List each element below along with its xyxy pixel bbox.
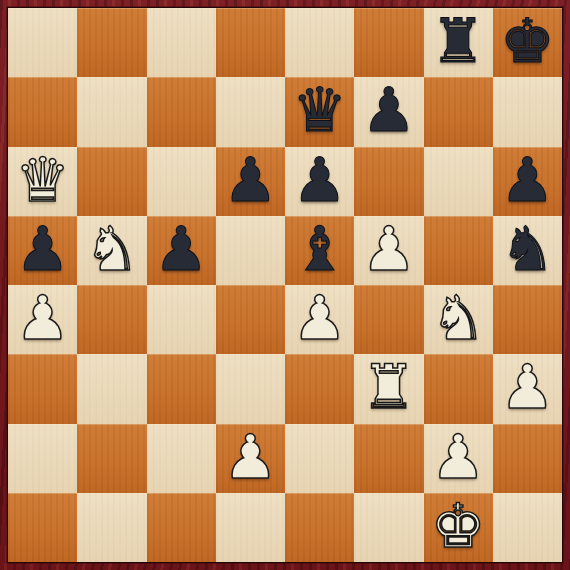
square-b1[interactable]: [77, 493, 146, 562]
white-pawn-a4[interactable]: ♟: [15, 287, 70, 348]
square-g6[interactable]: [424, 147, 493, 216]
square-d7[interactable]: [216, 77, 285, 146]
square-d4[interactable]: [216, 285, 285, 354]
square-a5[interactable]: ♟: [8, 216, 77, 285]
white-knight-g4[interactable]: ♞: [431, 287, 486, 348]
square-f5[interactable]: ♟: [354, 216, 423, 285]
square-c6[interactable]: [147, 147, 216, 216]
white-pawn-e4[interactable]: ♟: [292, 287, 347, 348]
black-queen-e7[interactable]: ♛: [292, 79, 347, 140]
square-h5[interactable]: ♞: [493, 216, 562, 285]
square-c1[interactable]: [147, 493, 216, 562]
square-a2[interactable]: [8, 424, 77, 493]
black-pawn-e6[interactable]: ♟: [292, 149, 347, 210]
square-f6[interactable]: [354, 147, 423, 216]
square-g2[interactable]: ♟: [424, 424, 493, 493]
square-b2[interactable]: [77, 424, 146, 493]
square-a1[interactable]: [8, 493, 77, 562]
white-pawn-g2[interactable]: ♟: [431, 426, 486, 487]
square-h3[interactable]: ♟: [493, 354, 562, 423]
square-c5[interactable]: ♟: [147, 216, 216, 285]
square-a4[interactable]: ♟: [8, 285, 77, 354]
square-a3[interactable]: [8, 354, 77, 423]
square-a6[interactable]: ♛: [8, 147, 77, 216]
square-d6[interactable]: ♟: [216, 147, 285, 216]
square-d2[interactable]: ♟: [216, 424, 285, 493]
square-b7[interactable]: [77, 77, 146, 146]
square-c2[interactable]: [147, 424, 216, 493]
black-king-h8[interactable]: ♚: [500, 10, 555, 71]
square-e3[interactable]: [285, 354, 354, 423]
square-e1[interactable]: [285, 493, 354, 562]
square-h8[interactable]: ♚: [493, 8, 562, 77]
square-a7[interactable]: [8, 77, 77, 146]
square-d8[interactable]: [216, 8, 285, 77]
square-b6[interactable]: [77, 147, 146, 216]
square-f4[interactable]: [354, 285, 423, 354]
white-pawn-d2[interactable]: ♟: [223, 426, 278, 487]
square-c7[interactable]: [147, 77, 216, 146]
black-bishop-e5[interactable]: ♝: [292, 218, 347, 279]
square-d5[interactable]: [216, 216, 285, 285]
square-g7[interactable]: [424, 77, 493, 146]
square-e8[interactable]: [285, 8, 354, 77]
white-king-g1[interactable]: ♚: [431, 495, 486, 556]
square-f7[interactable]: ♟: [354, 77, 423, 146]
black-pawn-c5[interactable]: ♟: [154, 218, 209, 279]
square-b4[interactable]: [77, 285, 146, 354]
square-h4[interactable]: [493, 285, 562, 354]
white-pawn-f5[interactable]: ♟: [362, 218, 417, 279]
square-g3[interactable]: [424, 354, 493, 423]
square-g1[interactable]: ♚: [424, 493, 493, 562]
white-pawn-h3[interactable]: ♟: [500, 356, 555, 417]
square-h1[interactable]: [493, 493, 562, 562]
black-pawn-f7[interactable]: ♟: [362, 79, 417, 140]
square-e7[interactable]: ♛: [285, 77, 354, 146]
square-g8[interactable]: ♜: [424, 8, 493, 77]
square-d1[interactable]: [216, 493, 285, 562]
chess-board-frame: ♜♚♛♟♛♟♟♟♟♞♟♝♟♞♟♟♞♜♟♟♟♚: [0, 0, 570, 570]
square-b5[interactable]: ♞: [77, 216, 146, 285]
square-a8[interactable]: [8, 8, 77, 77]
black-pawn-h6[interactable]: ♟: [500, 149, 555, 210]
square-d3[interactable]: [216, 354, 285, 423]
square-g4[interactable]: ♞: [424, 285, 493, 354]
square-f2[interactable]: [354, 424, 423, 493]
square-c8[interactable]: [147, 8, 216, 77]
black-pawn-d6[interactable]: ♟: [223, 149, 278, 210]
black-rook-g8[interactable]: ♜: [431, 10, 486, 71]
square-b8[interactable]: [77, 8, 146, 77]
black-knight-h5[interactable]: ♞: [500, 218, 555, 279]
square-g5[interactable]: [424, 216, 493, 285]
white-knight-b5[interactable]: ♞: [85, 218, 140, 279]
square-h7[interactable]: [493, 77, 562, 146]
square-e5[interactable]: ♝: [285, 216, 354, 285]
square-h6[interactable]: ♟: [493, 147, 562, 216]
square-f8[interactable]: [354, 8, 423, 77]
square-e2[interactable]: [285, 424, 354, 493]
square-b3[interactable]: [77, 354, 146, 423]
square-c4[interactable]: [147, 285, 216, 354]
black-pawn-a5[interactable]: ♟: [15, 218, 70, 279]
square-e6[interactable]: ♟: [285, 147, 354, 216]
square-h2[interactable]: [493, 424, 562, 493]
square-e4[interactable]: ♟: [285, 285, 354, 354]
square-c3[interactable]: [147, 354, 216, 423]
square-f3[interactable]: ♜: [354, 354, 423, 423]
square-f1[interactable]: [354, 493, 423, 562]
white-rook-f3[interactable]: ♜: [362, 356, 417, 417]
chess-board: ♜♚♛♟♛♟♟♟♟♞♟♝♟♞♟♟♞♜♟♟♟♚: [8, 8, 562, 562]
white-queen-a6[interactable]: ♛: [15, 149, 70, 210]
